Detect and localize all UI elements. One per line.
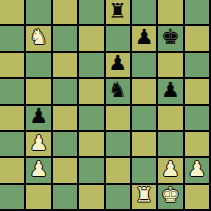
square-a2[interactable] xyxy=(0,158,24,182)
square-f8[interactable] xyxy=(132,0,156,24)
square-a4[interactable] xyxy=(0,106,24,130)
square-e7[interactable] xyxy=(106,26,130,50)
white-pawn: ♟ xyxy=(29,159,48,180)
square-g3[interactable] xyxy=(158,132,182,156)
white-king: ♚ xyxy=(161,185,180,206)
white-rook: ♜ xyxy=(135,185,154,206)
black-rook: ♜ xyxy=(108,1,127,22)
square-f7[interactable]: ♟ xyxy=(132,26,156,50)
chess-board-window: ♜♞♟♚♟♞♟♟♟♟♟♟♜♚ xyxy=(0,0,211,211)
square-c4[interactable] xyxy=(53,106,77,130)
square-f3[interactable] xyxy=(132,132,156,156)
square-c6[interactable] xyxy=(53,53,77,77)
square-b7[interactable]: ♞ xyxy=(26,26,50,50)
square-a7[interactable] xyxy=(0,26,24,50)
square-c8[interactable] xyxy=(53,0,77,24)
square-d5[interactable] xyxy=(79,79,103,103)
white-pawn: ♟ xyxy=(161,159,180,180)
square-g4[interactable] xyxy=(158,106,182,130)
square-e3[interactable] xyxy=(106,132,130,156)
square-c2[interactable] xyxy=(53,158,77,182)
chess-board: ♜♞♟♚♟♞♟♟♟♟♟♟♜♚ xyxy=(0,0,211,211)
square-e8[interactable]: ♜ xyxy=(106,0,130,24)
square-b8[interactable] xyxy=(26,0,50,24)
square-h7[interactable] xyxy=(185,26,209,50)
square-b3[interactable]: ♟ xyxy=(26,132,50,156)
square-c3[interactable] xyxy=(53,132,77,156)
white-pawn: ♟ xyxy=(187,159,206,180)
square-h2[interactable]: ♟ xyxy=(185,158,209,182)
square-h5[interactable] xyxy=(185,79,209,103)
square-g6[interactable] xyxy=(158,53,182,77)
square-c7[interactable] xyxy=(53,26,77,50)
square-f6[interactable] xyxy=(132,53,156,77)
square-h6[interactable] xyxy=(185,53,209,77)
square-g7[interactable]: ♚ xyxy=(158,26,182,50)
square-d8[interactable] xyxy=(79,0,103,24)
square-a1[interactable] xyxy=(0,185,24,209)
square-b2[interactable]: ♟ xyxy=(26,158,50,182)
black-pawn: ♟ xyxy=(161,80,180,101)
square-b6[interactable] xyxy=(26,53,50,77)
square-e1[interactable] xyxy=(106,185,130,209)
square-b4[interactable]: ♟ xyxy=(26,106,50,130)
square-c5[interactable] xyxy=(53,79,77,103)
square-f1[interactable]: ♜ xyxy=(132,185,156,209)
square-e5[interactable]: ♞ xyxy=(106,79,130,103)
square-h1[interactable] xyxy=(185,185,209,209)
square-g1[interactable]: ♚ xyxy=(158,185,182,209)
black-pawn: ♟ xyxy=(29,106,48,127)
square-g5[interactable]: ♟ xyxy=(158,79,182,103)
square-d1[interactable] xyxy=(79,185,103,209)
white-pawn: ♟ xyxy=(29,133,48,154)
square-g2[interactable]: ♟ xyxy=(158,158,182,182)
black-pawn: ♟ xyxy=(135,27,154,48)
square-f4[interactable] xyxy=(132,106,156,130)
white-knight: ♞ xyxy=(29,27,48,48)
black-king: ♚ xyxy=(161,27,180,48)
square-a8[interactable] xyxy=(0,0,24,24)
square-e4[interactable] xyxy=(106,106,130,130)
square-h4[interactable] xyxy=(185,106,209,130)
square-a5[interactable] xyxy=(0,79,24,103)
black-knight: ♞ xyxy=(108,80,127,101)
square-h8[interactable] xyxy=(185,0,209,24)
black-pawn: ♟ xyxy=(108,53,127,74)
square-b1[interactable] xyxy=(26,185,50,209)
square-f2[interactable] xyxy=(132,158,156,182)
square-d7[interactable] xyxy=(79,26,103,50)
square-h3[interactable] xyxy=(185,132,209,156)
square-a6[interactable] xyxy=(0,53,24,77)
square-f5[interactable] xyxy=(132,79,156,103)
square-g8[interactable] xyxy=(158,0,182,24)
square-a3[interactable] xyxy=(0,132,24,156)
square-b5[interactable] xyxy=(26,79,50,103)
square-c1[interactable] xyxy=(53,185,77,209)
square-e6[interactable]: ♟ xyxy=(106,53,130,77)
square-d3[interactable] xyxy=(79,132,103,156)
square-d2[interactable] xyxy=(79,158,103,182)
square-d6[interactable] xyxy=(79,53,103,77)
square-d4[interactable] xyxy=(79,106,103,130)
square-e2[interactable] xyxy=(106,158,130,182)
